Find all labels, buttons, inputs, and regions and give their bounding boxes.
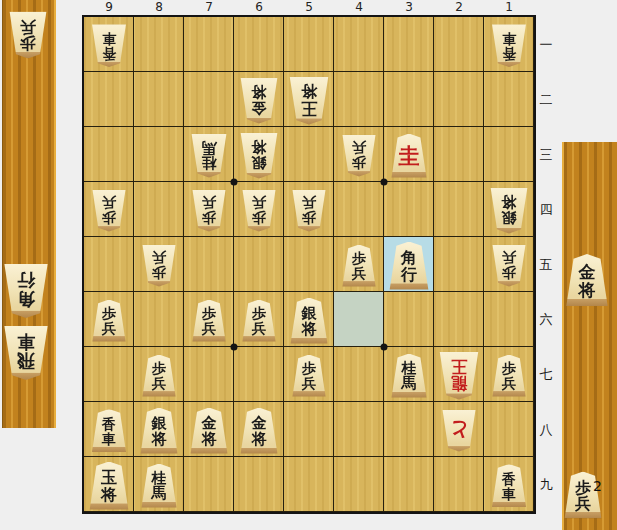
square-9g[interactable] [84, 347, 134, 402]
square-2d[interactable] [434, 182, 484, 237]
square-2c[interactable] [434, 127, 484, 182]
rank-label-3: 三 [537, 127, 555, 182]
square-4g[interactable] [334, 347, 384, 402]
square-1h[interactable] [484, 402, 534, 457]
square-7e[interactable] [184, 237, 234, 292]
square-4f[interactable] [334, 292, 384, 347]
rank-label-4: 四 [537, 182, 555, 237]
square-5a[interactable] [284, 17, 334, 72]
square-4i[interactable] [334, 457, 384, 512]
star-point [231, 179, 238, 186]
square-5c[interactable] [284, 127, 334, 182]
square-5i[interactable] [284, 457, 334, 512]
square-9e[interactable] [84, 237, 134, 292]
rank-label-9: 九 [537, 457, 555, 512]
file-label-1: 1 [484, 0, 534, 15]
square-3f[interactable] [384, 292, 434, 347]
shogi-app: 987654321 一二三四五六七八九 香車香車金将王将桂馬銀将歩兵圭歩兵歩兵歩… [0, 0, 617, 530]
square-2a[interactable] [434, 17, 484, 72]
file-label-6: 6 [234, 0, 284, 15]
square-6e[interactable] [234, 237, 284, 292]
square-6a[interactable] [234, 17, 284, 72]
square-7b[interactable] [184, 72, 234, 127]
square-2i[interactable] [434, 457, 484, 512]
sente-pawn-count: 2 [593, 478, 602, 494]
file-label-8: 8 [134, 0, 184, 15]
square-4a[interactable] [334, 17, 384, 72]
file-label-3: 3 [384, 0, 434, 15]
square-4d[interactable] [334, 182, 384, 237]
square-2e[interactable] [434, 237, 484, 292]
file-label-2: 2 [434, 0, 484, 15]
file-label-9: 9 [84, 0, 134, 15]
square-5h[interactable] [284, 402, 334, 457]
rank-label-1: 一 [537, 17, 555, 72]
square-2b[interactable] [434, 72, 484, 127]
square-6g[interactable] [234, 347, 284, 402]
square-7g[interactable] [184, 347, 234, 402]
square-1f[interactable] [484, 292, 534, 347]
square-1b[interactable] [484, 72, 534, 127]
rank-label-5: 五 [537, 237, 555, 292]
star-point [231, 344, 238, 351]
file-label-7: 7 [184, 0, 234, 15]
rank-label-7: 七 [537, 347, 555, 402]
square-8a[interactable] [134, 17, 184, 72]
square-2f[interactable] [434, 292, 484, 347]
square-1c[interactable] [484, 127, 534, 182]
sente-captured-stand [562, 142, 617, 530]
star-point [381, 344, 388, 351]
square-3d[interactable] [384, 182, 434, 237]
square-9b[interactable] [84, 72, 134, 127]
rank-label-6: 六 [537, 292, 555, 347]
square-5e[interactable] [284, 237, 334, 292]
file-label-4: 4 [334, 0, 384, 15]
file-label-5: 5 [284, 0, 334, 15]
square-3b[interactable] [384, 72, 434, 127]
square-3i[interactable] [384, 457, 434, 512]
square-8d[interactable] [134, 182, 184, 237]
rank-label-8: 八 [537, 402, 555, 457]
square-8b[interactable] [134, 72, 184, 127]
square-9c[interactable] [84, 127, 134, 182]
star-point [381, 179, 388, 186]
square-4b[interactable] [334, 72, 384, 127]
square-4h[interactable] [334, 402, 384, 457]
square-3h[interactable] [384, 402, 434, 457]
square-8c[interactable] [134, 127, 184, 182]
square-6i[interactable] [234, 457, 284, 512]
rank-label-2: 二 [537, 72, 555, 127]
square-7a[interactable] [184, 17, 234, 72]
square-7i[interactable] [184, 457, 234, 512]
square-3a[interactable] [384, 17, 434, 72]
square-8f[interactable] [134, 292, 184, 347]
